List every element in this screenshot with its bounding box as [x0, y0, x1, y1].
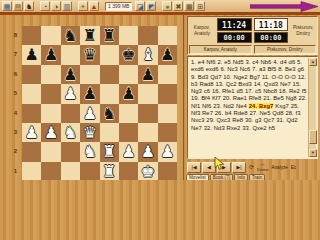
square-g8[interactable] [138, 26, 157, 45]
black-queen[interactable]: ♛ [80, 45, 99, 64]
layout-icon[interactable]: ◪ [135, 1, 145, 11]
black-king[interactable]: ♚ [119, 45, 138, 64]
square-a7[interactable]: ♟ [22, 45, 41, 64]
black-pawn[interactable]: ♟ [158, 45, 177, 64]
edit-button-truncated[interactable]: Ec [291, 165, 296, 170]
square-b1[interactable] [41, 162, 60, 180]
square-c7[interactable] [61, 45, 80, 64]
square-a8[interactable] [22, 26, 41, 45]
square-g1[interactable]: ♚ [138, 162, 157, 180]
black-rook[interactable]: ♜ [80, 26, 99, 45]
square-h7[interactable]: ♟ [158, 45, 177, 64]
white-king[interactable]: ♚ [138, 162, 157, 180]
white-rook[interactable]: ♜ [100, 162, 119, 180]
black-player-label: Piskunov, Dmitry [289, 17, 317, 44]
black-player-name: Piskunov, Dmitry [254, 45, 317, 54]
white-pawn[interactable]: ♟ [22, 123, 41, 142]
white-player-name: Karpov, Anatoly [189, 45, 252, 54]
clock-icon[interactable]: ◔ [40, 1, 50, 11]
white-player-label: Karpov, Anatoly [188, 17, 216, 44]
black-pawn[interactable]: ♟ [41, 45, 60, 64]
game-info-pane: Karpov, Anatoly 11:24 00:00 11:18 00:00 … [185, 15, 320, 180]
square-h4[interactable] [158, 104, 177, 123]
square-b7[interactable]: ♟ [41, 45, 60, 64]
toolbar-separator [157, 1, 161, 11]
square-e8[interactable]: ♜ [100, 26, 119, 45]
square-h2[interactable]: ♟ [158, 142, 177, 161]
white-bishop[interactable]: ♝ [138, 45, 157, 64]
square-e4[interactable]: ♞ [100, 104, 119, 123]
black-pawn[interactable]: ♟ [138, 65, 157, 84]
square-f5[interactable]: ♟ [119, 84, 138, 103]
square-e7[interactable] [100, 45, 119, 64]
close-icon[interactable]: ✖ [173, 1, 183, 11]
white-queen[interactable]: ♛ [80, 123, 99, 142]
square-a3[interactable]: ♟ [22, 123, 41, 142]
black-clock-main: 11:18 [254, 18, 289, 31]
square-f6[interactable] [119, 65, 138, 84]
white-pawn[interactable]: ♟ [138, 142, 157, 161]
square-c1[interactable] [61, 162, 80, 180]
scrollbar-thumb[interactable] [309, 130, 317, 144]
square-d8[interactable]: ♜ [80, 26, 99, 45]
white-knight[interactable]: ♞ [61, 123, 80, 142]
go-to-end-button[interactable]: ▶| [232, 162, 246, 173]
square-h5[interactable] [158, 84, 177, 103]
chessboard[interactable]: ♞♜♜♟♟♛♚♝♟♟♟♟♟♟♟♞♟♟♞♛♞♜♟♟♟♜♚ [22, 26, 177, 180]
square-f2[interactable]: ♟ [119, 142, 138, 161]
square-b4[interactable] [41, 104, 60, 123]
go-to-start-button[interactable]: |◀ [187, 162, 201, 173]
tab-info[interactable]: Info [234, 174, 248, 180]
white-clock: 11:24 00:00 [217, 18, 252, 43]
square-g7[interactable]: ♝ [138, 45, 157, 64]
black-pawn[interactable]: ♟ [61, 65, 80, 84]
square-a6[interactable] [22, 65, 41, 84]
rank-label-5: 5 [11, 84, 20, 103]
tab-book[interactable]: Book (7) [210, 174, 233, 180]
square-d3[interactable]: ♛ [80, 123, 99, 142]
clock-panel: Karpov, Anatoly 11:24 00:00 11:18 00:00 … [187, 16, 318, 55]
square-c3[interactable]: ♞ [61, 123, 80, 142]
white-pawn[interactable]: ♟ [61, 84, 80, 103]
square-g6[interactable]: ♟ [138, 65, 157, 84]
square-f3[interactable] [119, 123, 138, 142]
square-c6[interactable]: ♟ [61, 65, 80, 84]
square-c2[interactable] [61, 142, 80, 161]
square-f7[interactable]: ♚ [119, 45, 138, 64]
square-h1[interactable] [158, 162, 177, 180]
mouse-cursor [214, 157, 225, 170]
square-d2[interactable]: ♞ [80, 142, 99, 161]
black-clock-secondary: 00:00 [254, 32, 289, 43]
toolbar-separator [35, 1, 39, 11]
black-knight[interactable]: ♞ [100, 104, 119, 123]
square-a5[interactable] [22, 84, 41, 103]
square-e2[interactable]: ♜ [100, 142, 119, 161]
black-rook[interactable]: ♜ [100, 26, 119, 45]
moves-before[interactable]: 1. e4 Nf6 2. e5 Nd5 3. c4 Nb6 4. d4 d6 5… [191, 59, 307, 109]
square-e5[interactable] [100, 84, 119, 103]
chessboard-pane: 87654321 ♞♜♜♟♟♛♚♝♟♟♟♟♟♟♟♞♟♟♞♛♞♜♟♟♟♜♚ [0, 15, 184, 180]
knight-icon[interactable]: ♞ [24, 1, 34, 11]
square-d6[interactable] [80, 65, 99, 84]
black-knight[interactable]: ♞ [61, 26, 80, 45]
refresh-icon[interactable]: ⟳ [249, 164, 254, 170]
square-g5[interactable] [138, 84, 157, 103]
analyze-button[interactable]: Analyze [272, 165, 288, 170]
square-d7[interactable]: ♛ [80, 45, 99, 64]
square-g2[interactable]: ♟ [138, 142, 157, 161]
square-g3[interactable] [138, 123, 157, 142]
demo-label: Demo [257, 167, 268, 173]
playback-controls: |◀ ◀ ▶ ▶| ⟳ ↔ Demo Analyze Ec [187, 160, 320, 174]
square-e3[interactable] [100, 123, 119, 142]
square-a1[interactable] [22, 162, 41, 180]
square-f4[interactable] [119, 104, 138, 123]
white-pawn[interactable]: ♟ [80, 104, 99, 123]
square-c5[interactable]: ♟ [61, 84, 80, 103]
grid-icon[interactable]: ▩ [184, 1, 194, 11]
notation-scrollbar[interactable]: ▲ ▼ [308, 58, 316, 157]
hash-memory-indicator: 1 399 MB [105, 2, 132, 11]
notation-panel[interactable]: 1. e4 Nf6 2. e5 Nd5 3. c4 Nb6 4. d4 d6 5… [187, 56, 318, 159]
square-c4[interactable] [61, 104, 80, 123]
square-g4[interactable] [138, 104, 157, 123]
window-icon[interactable]: ◩ [146, 1, 156, 11]
square-b3[interactable]: ♟ [41, 123, 60, 142]
square-b5[interactable] [41, 84, 60, 103]
tab-train[interactable]: Train [249, 174, 265, 180]
square-f8[interactable] [119, 26, 138, 45]
black-pawn[interactable]: ♟ [119, 84, 138, 103]
scroll-down-icon[interactable]: ▼ [309, 149, 317, 157]
square-a2[interactable] [22, 142, 41, 161]
white-pawn[interactable]: ♟ [158, 142, 177, 161]
timer-icon[interactable]: ◑ [51, 1, 61, 11]
black-pawn[interactable]: ♟ [80, 84, 99, 103]
move-list[interactable]: 1. e4 Nf6 2. e5 Nd5 3. c4 Nb6 4. d4 d6 5… [189, 58, 309, 157]
white-rook[interactable]: ♜ [100, 142, 119, 161]
toolbar-icons-left: ▦▤♞◔◑▥✦▲ [2, 1, 99, 11]
square-b2[interactable] [41, 142, 60, 161]
annotation-arrow [250, 1, 320, 12]
green-light-icon[interactable]: ● [162, 1, 172, 11]
main-toolbar: ▦▤♞◔◑▥✦▲ 1 399 MB ◪◩●✖▩⊞ [0, 0, 320, 13]
white-clock-secondary: 00:00 [217, 32, 252, 43]
tab-movelist[interactable]: Movelist [186, 174, 209, 180]
pane-tabs: Movelist Book (7) Info Train [186, 174, 320, 180]
square-d1[interactable] [80, 162, 99, 180]
toolbar-separator [100, 1, 104, 11]
square-a4[interactable] [22, 104, 41, 123]
white-pawn[interactable]: ♟ [41, 123, 60, 142]
toolbar-separator [73, 1, 77, 11]
rank-label-4: 4 [11, 104, 20, 123]
rank-label-6: 6 [11, 65, 20, 84]
black-pawn[interactable]: ♟ [22, 45, 41, 64]
square-f1[interactable] [119, 162, 138, 180]
white-pawn[interactable]: ♟ [119, 142, 138, 161]
square-h8[interactable] [158, 26, 177, 45]
square-e6[interactable] [100, 65, 119, 84]
current-move-highlight[interactable]: 24. Bxg7 [249, 103, 274, 109]
rank-label-7: 7 [11, 45, 20, 64]
white-knight[interactable]: ♞ [80, 142, 99, 161]
black-clock: 11:18 00:00 [254, 18, 289, 43]
players-icon[interactable]: ▥ [62, 1, 72, 11]
star-icon[interactable]: ✦ [78, 1, 88, 11]
demo-button[interactable]: ↔ Demo [257, 161, 268, 173]
rank-label-8: 8 [11, 26, 20, 45]
square-d5[interactable]: ♟ [80, 84, 99, 103]
square-e1[interactable]: ♜ [100, 162, 119, 180]
board-icon[interactable]: ▦ [2, 1, 12, 11]
rank-label-2: 2 [11, 142, 20, 161]
flag-icon[interactable]: ▲ [89, 1, 99, 11]
square-b6[interactable] [41, 65, 60, 84]
square-d4[interactable]: ♟ [80, 104, 99, 123]
table-icon[interactable]: ⊞ [195, 1, 205, 11]
scroll-up-icon[interactable]: ▲ [309, 58, 317, 66]
square-h3[interactable] [158, 123, 177, 142]
square-c8[interactable]: ♞ [61, 26, 80, 45]
square-b8[interactable] [41, 26, 60, 45]
save-icon[interactable]: ▤ [13, 1, 23, 11]
square-h6[interactable] [158, 65, 177, 84]
rank-label-3: 3 [11, 123, 20, 142]
white-clock-main: 11:24 [217, 18, 252, 31]
rank-label-1: 1 [11, 162, 20, 180]
toolbar-icons-right: ◪◩●✖▩⊞ [135, 1, 205, 11]
